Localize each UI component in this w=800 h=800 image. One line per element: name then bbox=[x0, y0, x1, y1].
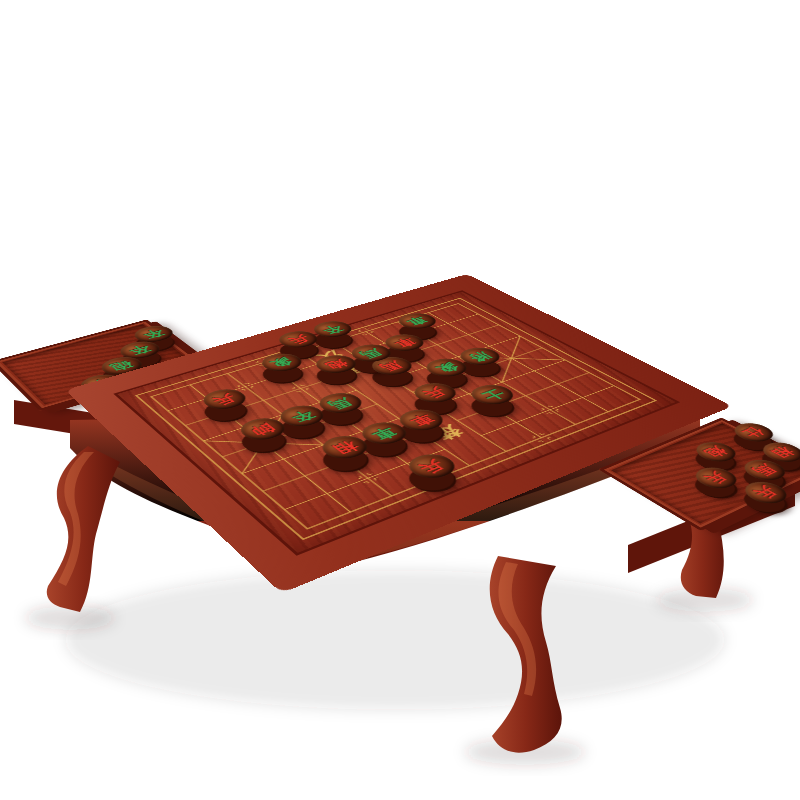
xiangqi-piece-red[interactable]: 兵 bbox=[400, 464, 463, 497]
xiangqi-piece-red[interactable]: 兵 bbox=[687, 474, 743, 503]
xiangqi-board: 汉界河楚 帥兵相兵兵炮車馬兵車象卒馬車卒馬象士車將 bbox=[113, 290, 680, 556]
table-3d-scene: 卒卒砲卒 炮兵仕相馬兵 汉界河楚 帥兵相兵兵炮車馬兵車象卒馬車卒馬象士車將 bbox=[0, 0, 800, 800]
xiangqi-piece-green[interactable]: 象 bbox=[255, 363, 308, 388]
xiangqi-piece-red[interactable]: 兵 bbox=[736, 488, 794, 518]
xiangqi-piece-green[interactable]: 士 bbox=[464, 395, 521, 422]
tabletop: 汉界河楚 帥兵相兵兵炮車馬兵車象卒馬車卒馬象士車將 bbox=[65, 274, 733, 593]
product-photo-xiangqi-table: 卒卒砲卒 炮兵仕相馬兵 汉界河楚 帥兵相兵兵炮車馬兵車象卒馬車卒馬象士車將 bbox=[0, 0, 800, 800]
pieces-layer: 帥兵相兵兵炮車馬兵車象卒馬車卒馬象士車將 bbox=[113, 290, 680, 556]
